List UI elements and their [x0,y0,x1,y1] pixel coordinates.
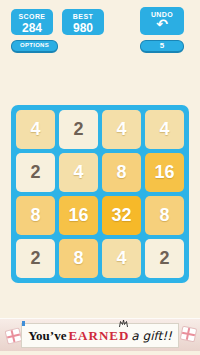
tile-2: 2 [145,239,184,278]
best-value: 980 [62,21,104,35]
best-label: BEST [62,9,104,20]
best-box: BEST 980 [62,9,104,35]
tile-8: 8 [145,196,184,235]
game-screen: SCORE 284 BEST 980 UNDO ↶ OPTIONS 5 4244… [0,0,200,355]
tile-8: 8 [102,153,141,192]
undo-button[interactable]: UNDO ↶ [140,7,184,35]
tile-8: 8 [59,239,98,278]
tile-4: 4 [16,110,55,149]
tile-4: 4 [145,110,184,149]
tile-32: 32 [102,196,141,235]
tile-2: 2 [16,239,55,278]
ad-banner-strip: You’ve EARNED a gift!! [21,323,179,348]
tile-4: 4 [102,239,141,278]
tile-2: 2 [59,110,98,149]
ad-text-earned: EARNED [68,328,129,344]
undo-arrow-icon: ↶ [140,18,184,30]
ad-corner-mark [22,321,25,326]
undo-count-badge: 5 [140,40,184,53]
tile-16: 16 [145,153,184,192]
options-button[interactable]: OPTIONS [11,40,58,53]
tile-4: 4 [59,153,98,192]
gift-icon-right [180,326,198,343]
score-label: SCORE [11,9,53,20]
tile-2: 2 [16,153,55,192]
gift-icon-left [5,327,23,344]
tile-16: 16 [59,196,98,235]
ad-text-gift: a gift!! [131,329,171,343]
tile-8: 8 [16,196,55,235]
ad-banner[interactable]: You’ve EARNED a gift!! [0,318,200,351]
score-value: 284 [11,21,53,35]
crown-doodle-icon [118,319,129,328]
board-grid[interactable]: 4244248168163282842 [11,105,189,283]
ad-text-youve: You’ve [28,328,66,344]
tile-4: 4 [102,110,141,149]
score-box: SCORE 284 [11,9,53,35]
